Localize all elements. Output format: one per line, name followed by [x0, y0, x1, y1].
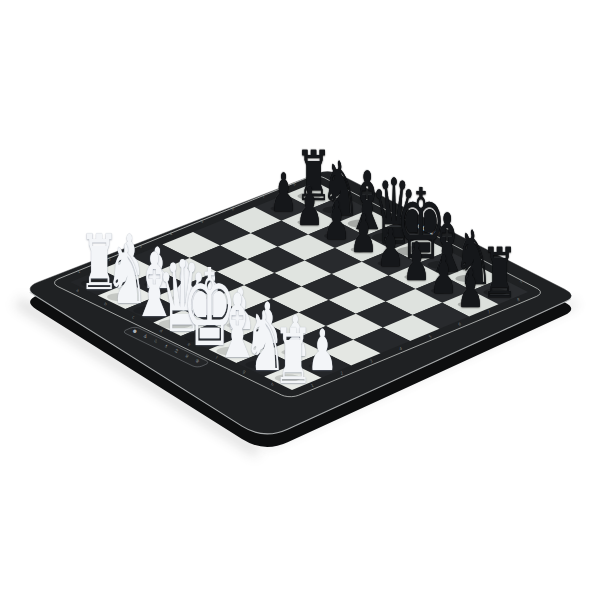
- piece-white-rook-h1[interactable]: ♜: [271, 319, 315, 395]
- product-photo-stage: ●♙♘♗♖♕♔aabbccddeeffgghh1122334455667788 …: [0, 0, 600, 600]
- piece-black-pawn-h7[interactable]: ♟: [455, 263, 486, 316]
